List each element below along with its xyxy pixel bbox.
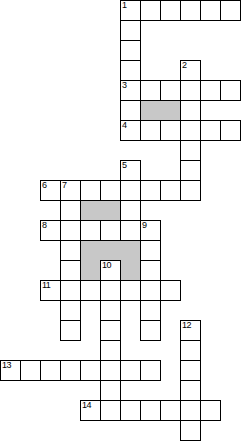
cell[interactable]: 3 xyxy=(120,80,141,101)
cell[interactable]: 4 xyxy=(120,120,141,141)
cell[interactable] xyxy=(60,360,81,381)
cell[interactable] xyxy=(120,280,141,301)
shaded-cell[interactable] xyxy=(140,100,161,121)
cell[interactable] xyxy=(60,320,81,341)
shaded-cell[interactable] xyxy=(80,240,101,261)
cell[interactable] xyxy=(140,0,161,21)
cell[interactable] xyxy=(220,80,241,101)
cell[interactable]: 14 xyxy=(80,400,101,421)
cell[interactable] xyxy=(180,420,201,441)
clue-number: 9 xyxy=(142,221,147,230)
cell[interactable] xyxy=(140,240,161,261)
cell[interactable] xyxy=(180,120,201,141)
cell[interactable] xyxy=(100,380,121,401)
clue-number: 4 xyxy=(122,121,127,130)
cell[interactable]: 6 xyxy=(40,180,61,201)
cell[interactable] xyxy=(180,80,201,101)
cell[interactable] xyxy=(80,280,101,301)
cell[interactable] xyxy=(120,180,141,201)
cell[interactable] xyxy=(100,300,121,321)
cell[interactable] xyxy=(20,360,41,381)
cell[interactable] xyxy=(60,280,81,301)
cell[interactable] xyxy=(180,140,201,161)
cell[interactable] xyxy=(120,20,141,41)
crossword-board: 1234567891011121314 xyxy=(0,0,241,441)
cell[interactable] xyxy=(80,180,101,201)
cell[interactable]: 7 xyxy=(60,180,81,201)
cell[interactable] xyxy=(200,400,221,421)
cell[interactable] xyxy=(120,400,141,421)
cell[interactable] xyxy=(100,180,121,201)
cell[interactable] xyxy=(160,180,181,201)
cell[interactable] xyxy=(160,400,181,421)
cell[interactable]: 11 xyxy=(40,280,61,301)
cell[interactable] xyxy=(140,120,161,141)
cell[interactable] xyxy=(140,280,161,301)
cell[interactable] xyxy=(140,400,161,421)
cell[interactable] xyxy=(80,360,101,381)
clue-number: 3 xyxy=(122,81,127,90)
cell[interactable]: 12 xyxy=(180,320,201,341)
shaded-cell[interactable] xyxy=(80,200,101,221)
cell[interactable] xyxy=(140,260,161,281)
cell[interactable] xyxy=(140,180,161,201)
cell[interactable] xyxy=(200,120,221,141)
cell[interactable]: 1 xyxy=(120,0,141,21)
cell[interactable] xyxy=(60,220,81,241)
cell[interactable] xyxy=(220,0,241,21)
shaded-cell[interactable] xyxy=(100,200,121,221)
clue-number: 1 xyxy=(122,1,127,10)
cell[interactable]: 5 xyxy=(120,160,141,181)
shaded-cell[interactable] xyxy=(160,100,181,121)
cell[interactable] xyxy=(120,220,141,241)
cell[interactable] xyxy=(180,100,201,121)
clue-number: 8 xyxy=(42,221,47,230)
cell[interactable] xyxy=(180,400,201,421)
cell[interactable] xyxy=(160,120,181,141)
clue-number: 5 xyxy=(122,161,127,170)
cell[interactable] xyxy=(180,180,201,201)
cell[interactable]: 10 xyxy=(100,260,121,281)
cell[interactable] xyxy=(120,40,141,61)
cell[interactable] xyxy=(220,120,241,141)
cell[interactable] xyxy=(120,360,141,381)
cell[interactable] xyxy=(200,0,221,21)
cell[interactable]: 8 xyxy=(40,220,61,241)
shaded-cell[interactable] xyxy=(80,260,101,281)
cell[interactable] xyxy=(140,80,161,101)
cell[interactable] xyxy=(100,220,121,241)
shaded-cell[interactable] xyxy=(100,240,121,261)
clue-number: 12 xyxy=(182,321,191,330)
cell[interactable] xyxy=(160,0,181,21)
cell[interactable] xyxy=(100,320,121,341)
cell[interactable] xyxy=(60,260,81,281)
cell[interactable] xyxy=(40,360,61,381)
cell[interactable] xyxy=(140,360,161,381)
cell[interactable] xyxy=(120,200,141,221)
cell[interactable] xyxy=(140,300,161,321)
cell[interactable] xyxy=(100,280,121,301)
cell[interactable] xyxy=(60,300,81,321)
shaded-cell[interactable] xyxy=(120,260,141,281)
cell[interactable] xyxy=(60,200,81,221)
cell[interactable] xyxy=(60,240,81,261)
cell[interactable] xyxy=(80,220,101,241)
cell[interactable] xyxy=(100,360,121,381)
cell[interactable] xyxy=(160,80,181,101)
cell[interactable] xyxy=(180,0,201,21)
clue-number: 6 xyxy=(42,181,47,190)
clue-number: 11 xyxy=(42,281,50,290)
cell[interactable] xyxy=(140,320,161,341)
cell[interactable] xyxy=(120,100,141,121)
clue-number: 13 xyxy=(2,361,11,370)
cell[interactable] xyxy=(180,380,201,401)
cell[interactable] xyxy=(100,340,121,361)
cell[interactable] xyxy=(100,400,121,421)
clue-number: 7 xyxy=(62,181,67,190)
clue-number: 2 xyxy=(182,61,187,70)
cell[interactable] xyxy=(180,340,201,361)
cell[interactable]: 9 xyxy=(140,220,161,241)
shaded-cell[interactable] xyxy=(120,240,141,261)
cell[interactable] xyxy=(180,360,201,381)
cell[interactable]: 2 xyxy=(180,60,201,81)
cell[interactable] xyxy=(160,280,181,301)
cell[interactable] xyxy=(180,160,201,181)
cell[interactable] xyxy=(120,60,141,81)
clue-number: 10 xyxy=(102,261,111,270)
clue-number: 14 xyxy=(82,401,91,410)
cell[interactable] xyxy=(200,80,221,101)
cell[interactable]: 13 xyxy=(0,360,21,381)
